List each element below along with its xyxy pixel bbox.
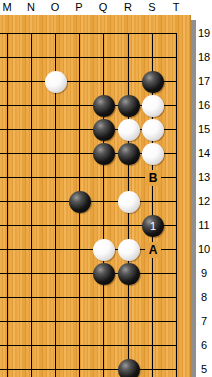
grid-line-row-8: [0, 297, 177, 298]
col-label-M: M: [0, 0, 15, 15]
col-label-R: R: [120, 0, 136, 15]
grid-line-row-7: [0, 321, 177, 322]
white-stone-R10: [118, 239, 140, 261]
go-diagram-page: MNOPQRST 1918171615141312111098765 BA1: [0, 0, 212, 377]
black-stone-Q16: [93, 95, 115, 117]
grid-line-col-Q: [103, 33, 104, 377]
col-label-T: T: [168, 0, 184, 15]
col-label-S: S: [144, 0, 160, 15]
black-stone-R5: [118, 359, 140, 377]
row-label-15: 15: [196, 122, 212, 136]
move-number-label: 1: [142, 215, 164, 237]
white-stone-R12: [118, 191, 140, 213]
white-stone-O17: [45, 71, 67, 93]
grid-line-col-M: [7, 33, 8, 377]
row-label-14: 14: [196, 146, 212, 160]
col-label-N: N: [23, 0, 39, 15]
grid-line-row-5: [0, 369, 177, 370]
grid-line-row-6: [0, 345, 177, 346]
white-stone-S14: [142, 143, 164, 165]
row-label-17: 17: [196, 74, 212, 88]
row-label-11: 11: [196, 218, 212, 232]
row-label-19: 19: [196, 26, 212, 40]
row-label-6: 6: [196, 338, 212, 352]
point-label-B: B: [145, 170, 161, 186]
black-stone-S17: [142, 71, 164, 93]
black-stone-R14: [118, 143, 140, 165]
go-board[interactable]: [0, 15, 191, 377]
black-stone-R9: [118, 263, 140, 285]
row-label-7: 7: [196, 314, 212, 328]
row-label-18: 18: [196, 50, 212, 64]
black-stone-S11: 1: [142, 215, 164, 237]
col-label-O: O: [47, 0, 63, 15]
black-stone-R16: [118, 95, 140, 117]
white-stone-S16: [142, 95, 164, 117]
row-label-10: 10: [196, 242, 212, 256]
grid-line-col-N: [31, 33, 32, 377]
grid-line-row-9: [0, 273, 177, 274]
col-label-P: P: [71, 0, 87, 15]
row-label-16: 16: [196, 98, 212, 112]
grid-line-row-18: [0, 57, 177, 58]
white-stone-R15: [118, 119, 140, 141]
grid-line-col-T: [176, 33, 177, 377]
point-label-A: A: [145, 242, 161, 258]
row-label-8: 8: [196, 290, 212, 304]
black-stone-Q15: [93, 119, 115, 141]
row-label-9: 9: [196, 266, 212, 280]
white-stone-S15: [142, 119, 164, 141]
row-label-12: 12: [196, 194, 212, 208]
grid-line-row-19: [0, 33, 177, 34]
black-stone-Q14: [93, 143, 115, 165]
white-stone-Q10: [93, 239, 115, 261]
col-label-Q: Q: [95, 0, 111, 15]
row-label-13: 13: [196, 170, 212, 184]
black-stone-Q9: [93, 263, 115, 285]
black-stone-P12: [69, 191, 91, 213]
row-label-5: 5: [196, 362, 212, 376]
